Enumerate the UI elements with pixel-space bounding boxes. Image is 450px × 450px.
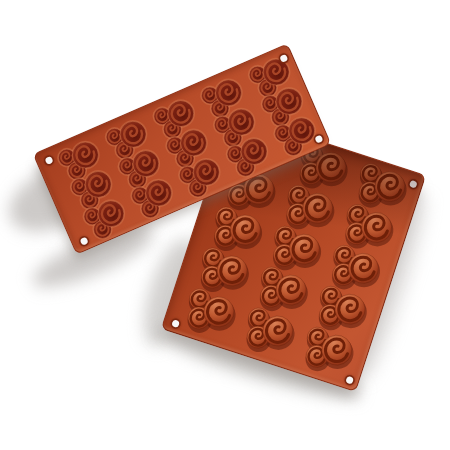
corner-hole: [170, 319, 179, 328]
product-photo: [0, 0, 450, 450]
